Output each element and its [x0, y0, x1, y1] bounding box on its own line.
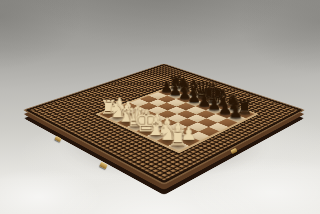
black-pawn[interactable]: ♟: [228, 104, 243, 121]
white-rook[interactable]: ♜: [168, 127, 188, 149]
scene-backdrop: ♜♞♝♛♚♝♞♜♟♟♟♟♟♟♟♟♟♟♟♟♟♟♟♟♜♞♝♛♚♝♞♜: [0, 0, 320, 214]
